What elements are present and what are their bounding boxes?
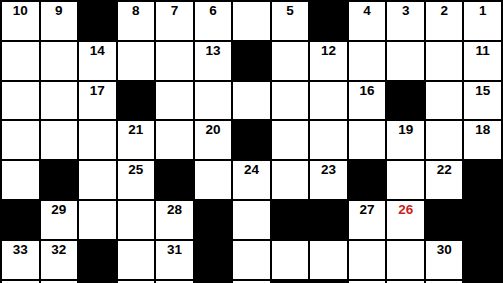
cell-r3c13[interactable]: 15	[464, 82, 501, 120]
cell-r7c3	[79, 241, 116, 279]
clue-number: 27	[349, 202, 386, 218]
clue-number: 4	[349, 3, 386, 19]
cell-r2c8[interactable]	[272, 42, 309, 80]
cell-r3c10[interactable]: 16	[349, 82, 386, 120]
cell-r7c12[interactable]: 30	[426, 241, 463, 279]
clue-number: 6	[195, 3, 232, 19]
cell-r3c8[interactable]	[272, 82, 309, 120]
cell-r3c7[interactable]	[233, 82, 270, 120]
clue-number: 9	[41, 3, 78, 19]
cell-r1c2[interactable]: 9	[41, 2, 78, 40]
cell-r2c10[interactable]	[349, 42, 386, 80]
clue-number: 22	[426, 162, 463, 178]
cell-r6c3[interactable]	[79, 201, 116, 239]
cell-r7c8[interactable]	[272, 241, 309, 279]
cell-r1c12[interactable]: 2	[426, 2, 463, 40]
crossword-board: 1098765432114131211171615212019182524232…	[0, 0, 503, 283]
cell-r6c1	[2, 201, 39, 239]
cell-r2c2[interactable]	[41, 42, 78, 80]
cell-r6c12	[426, 201, 463, 239]
cell-r5c8[interactable]	[272, 161, 309, 199]
cell-r3c6[interactable]	[195, 82, 232, 120]
clue-number: 30	[426, 242, 463, 258]
cell-r1c3	[79, 2, 116, 40]
cell-r6c10[interactable]: 27	[349, 201, 386, 239]
cell-r7c6	[195, 241, 232, 279]
cell-r7c13	[464, 241, 501, 279]
clue-number: 25	[118, 162, 155, 178]
cell-r3c2[interactable]	[41, 82, 78, 120]
cell-r1c8[interactable]: 5	[272, 2, 309, 40]
cell-r2c3[interactable]: 14	[79, 42, 116, 80]
cell-r1c11[interactable]: 3	[387, 2, 424, 40]
cell-r2c13[interactable]: 11	[464, 42, 501, 80]
clue-number: 14	[79, 43, 116, 59]
cell-r5c5	[156, 161, 193, 199]
clue-number: 7	[156, 3, 193, 19]
cell-r4c9[interactable]	[310, 121, 347, 159]
cell-r3c1[interactable]	[2, 82, 39, 120]
cell-r7c9[interactable]	[310, 241, 347, 279]
cell-r6c13	[464, 201, 501, 239]
clue-number: 32	[41, 242, 78, 258]
cell-r2c7	[233, 42, 270, 80]
clue-number: 19	[387, 122, 424, 138]
cell-r7c2[interactable]: 32	[41, 241, 78, 279]
cell-r3c3[interactable]: 17	[79, 82, 116, 120]
cell-r4c8[interactable]	[272, 121, 309, 159]
cell-r4c3[interactable]	[79, 121, 116, 159]
cell-r4c12[interactable]	[426, 121, 463, 159]
cell-r4c13[interactable]: 18	[464, 121, 501, 159]
clue-number: 10	[2, 3, 39, 19]
clue-number: 29	[41, 202, 78, 218]
cell-r6c2[interactable]: 29	[41, 201, 78, 239]
crossword-grid: 1098765432114131211171615212019182524232…	[0, 0, 503, 283]
cell-r1c6[interactable]: 6	[195, 2, 232, 40]
cell-r6c6	[195, 201, 232, 239]
cell-r3c12[interactable]	[426, 82, 463, 120]
cell-r1c4[interactable]: 8	[118, 2, 155, 40]
cell-r5c1[interactable]	[2, 161, 39, 199]
cell-r6c4[interactable]	[118, 201, 155, 239]
clue-number: 16	[349, 83, 386, 99]
cell-r5c12[interactable]: 22	[426, 161, 463, 199]
cell-r3c5[interactable]	[156, 82, 193, 120]
cell-r7c1[interactable]: 33	[2, 241, 39, 279]
cell-r1c7[interactable]	[233, 2, 270, 40]
cell-r4c4[interactable]: 21	[118, 121, 155, 159]
cell-r1c1[interactable]: 10	[2, 2, 39, 40]
clue-number: 18	[464, 122, 501, 138]
cell-r6c9	[310, 201, 347, 239]
cell-r4c5[interactable]	[156, 121, 193, 159]
cell-r1c10[interactable]: 4	[349, 2, 386, 40]
cell-r5c2	[41, 161, 78, 199]
cell-r2c9[interactable]: 12	[310, 42, 347, 80]
cell-r5c4[interactable]: 25	[118, 161, 155, 199]
clue-number: 23	[310, 162, 347, 178]
cell-r7c11[interactable]	[387, 241, 424, 279]
clue-number: 24	[233, 162, 270, 178]
clue-number: 33	[2, 242, 39, 258]
clue-number: 17	[79, 83, 116, 99]
clue-number: 8	[118, 3, 155, 19]
cell-r4c1[interactable]	[2, 121, 39, 159]
cell-r3c9[interactable]	[310, 82, 347, 120]
cell-r6c8	[272, 201, 309, 239]
cell-r5c7[interactable]: 24	[233, 161, 270, 199]
clue-number: 20	[195, 122, 232, 138]
cell-r2c5[interactable]	[156, 42, 193, 80]
cell-r1c13[interactable]: 1	[464, 2, 501, 40]
clue-number: 21	[118, 122, 155, 138]
cell-r7c5[interactable]: 31	[156, 241, 193, 279]
cell-r6c5[interactable]: 28	[156, 201, 193, 239]
clue-number: 3	[387, 3, 424, 19]
clue-number: 28	[156, 202, 193, 218]
cell-r5c3[interactable]	[79, 161, 116, 199]
cell-r4c11[interactable]: 19	[387, 121, 424, 159]
cell-r2c6[interactable]: 13	[195, 42, 232, 80]
cell-r7c7[interactable]	[233, 241, 270, 279]
cell-r6c7[interactable]	[233, 201, 270, 239]
clue-number: 5	[272, 3, 309, 19]
clue-number: 2	[426, 3, 463, 19]
clue-number: 12	[310, 43, 347, 59]
cell-r1c5[interactable]: 7	[156, 2, 193, 40]
clue-number: 11	[464, 43, 501, 59]
cell-r1c9	[310, 2, 347, 40]
clue-number: 26	[387, 202, 424, 218]
cell-r2c4[interactable]	[118, 42, 155, 80]
cell-r6c11[interactable]: 26	[387, 201, 424, 239]
cell-r7c4[interactable]	[118, 241, 155, 279]
cell-r4c6[interactable]: 20	[195, 121, 232, 159]
cell-r5c11[interactable]	[387, 161, 424, 199]
cell-r2c1[interactable]	[2, 42, 39, 80]
cell-r2c11[interactable]	[387, 42, 424, 80]
cell-r5c6[interactable]	[195, 161, 232, 199]
cell-r3c4	[118, 82, 155, 120]
cell-r2c12[interactable]	[426, 42, 463, 80]
cell-r4c7	[233, 121, 270, 159]
clue-number: 13	[195, 43, 232, 59]
clue-number: 1	[464, 3, 501, 19]
clue-number: 15	[464, 83, 501, 99]
cell-r7c10[interactable]	[349, 241, 386, 279]
cell-r4c2[interactable]	[41, 121, 78, 159]
cell-r3c11	[387, 82, 424, 120]
cell-r5c10	[349, 161, 386, 199]
cell-r5c9[interactable]: 23	[310, 161, 347, 199]
cell-r4c10[interactable]	[349, 121, 386, 159]
cell-r5c13	[464, 161, 501, 199]
clue-number: 31	[156, 242, 193, 258]
